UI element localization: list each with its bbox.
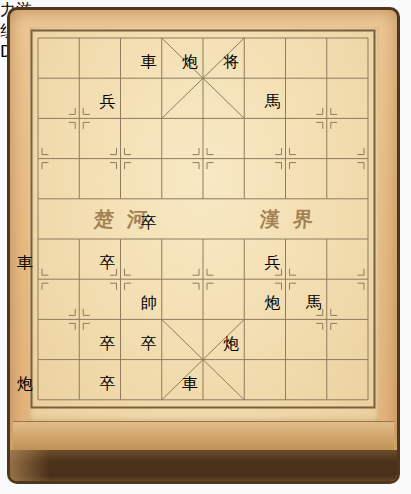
piece-black-cannon[interactable]: 炮 — [182, 52, 224, 94]
piece-red-soldier[interactable]: 兵 — [100, 92, 142, 134]
piece-red-cannon[interactable]: 炮 — [223, 334, 265, 376]
piece-black-soldier[interactable]: 卒 — [100, 374, 142, 416]
piece-character: 卒 — [141, 334, 157, 353]
piece-black-soldier[interactable]: 卒 — [100, 334, 142, 376]
piece-black-soldier[interactable]: 卒 — [141, 213, 183, 255]
piece-red-cannon[interactable]: 炮 — [17, 374, 59, 416]
piece-character: 炮 — [17, 374, 33, 393]
piece-red-chariot[interactable]: 車 — [141, 52, 183, 94]
board-front-edge — [13, 421, 394, 451]
piece-character: 兵 — [100, 92, 116, 111]
piece-character: 車 — [182, 374, 198, 393]
piece-black-chariot[interactable]: 車 — [17, 253, 59, 295]
piece-character: 卒 — [100, 374, 116, 393]
piece-character: 馬 — [265, 92, 281, 111]
table-shadow — [10, 450, 397, 484]
piece-black-soldier[interactable]: 卒 — [141, 334, 183, 376]
piece-red-soldier[interactable]: 兵 — [265, 253, 307, 295]
piece-character: 炮 — [265, 293, 281, 312]
piece-red-chariot[interactable]: 車 — [182, 374, 224, 416]
piece-red-horse[interactable]: 馬 — [306, 293, 348, 335]
piece-character: 馬 — [306, 293, 322, 312]
piece-character: 卒 — [100, 334, 116, 353]
river-label-han-jie: 漢界 — [259, 206, 327, 233]
piece-character: 将 — [223, 52, 239, 71]
game-screen: 楚河 漢界 車炮将兵馬卒車卒兵帥炮馬卒卒炮炮卒車 力游 织梦内容管理系统 DED… — [0, 0, 411, 494]
piece-character: 卒 — [141, 213, 157, 232]
piece-black-cannon[interactable]: 炮 — [265, 293, 307, 335]
piece-red-general[interactable]: 帥 — [141, 293, 183, 335]
piece-character: 帥 — [141, 293, 157, 312]
piece-character: 卒 — [100, 253, 116, 272]
piece-black-soldier[interactable]: 卒 — [100, 253, 142, 295]
piece-character: 兵 — [265, 253, 281, 272]
piece-character: 炮 — [223, 334, 239, 353]
piece-character: 車 — [141, 52, 157, 71]
piece-red-horse[interactable]: 馬 — [265, 92, 307, 134]
piece-character: 炮 — [182, 52, 198, 71]
piece-character: 車 — [17, 253, 33, 272]
